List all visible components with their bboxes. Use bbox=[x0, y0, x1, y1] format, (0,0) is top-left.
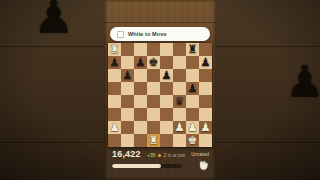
square-h4[interactable] bbox=[199, 95, 212, 108]
square-c6[interactable] bbox=[134, 69, 147, 82]
square-c5[interactable] bbox=[134, 82, 147, 95]
square-e1[interactable] bbox=[160, 134, 173, 147]
square-c1[interactable] bbox=[134, 134, 147, 147]
square-c3[interactable] bbox=[134, 108, 147, 121]
square-b1[interactable] bbox=[121, 134, 134, 147]
square-a4[interactable] bbox=[108, 95, 121, 108]
square-e5[interactable] bbox=[160, 82, 173, 95]
square-e2[interactable] bbox=[160, 121, 173, 134]
square-d1[interactable]: ♜ bbox=[147, 134, 160, 147]
black-pawn-c7[interactable]: ♟ bbox=[134, 56, 147, 69]
white-king-g1[interactable]: ♚ bbox=[186, 134, 199, 147]
streak-icon bbox=[158, 154, 161, 157]
white-to-move-checkbox-icon[interactable] bbox=[117, 31, 124, 38]
square-b5[interactable] bbox=[121, 82, 134, 95]
white-pawn-a2[interactable]: ♟ bbox=[108, 121, 121, 134]
progress-bar bbox=[112, 164, 182, 168]
square-a2[interactable]: ♟ bbox=[108, 121, 121, 134]
streak-label: 2 in a row bbox=[163, 152, 185, 158]
black-pawn-g5[interactable]: ♟ bbox=[186, 82, 199, 95]
square-c4[interactable] bbox=[134, 95, 147, 108]
black-rook-g8[interactable]: ♜ bbox=[186, 43, 199, 56]
wood-seam bbox=[104, 22, 216, 23]
black-king-d7[interactable]: ♚ bbox=[147, 56, 160, 69]
square-f2[interactable]: ♟ bbox=[173, 121, 186, 134]
square-a5[interactable] bbox=[108, 82, 121, 95]
square-d5[interactable] bbox=[147, 82, 160, 95]
square-b6[interactable]: ♟ bbox=[121, 69, 134, 82]
black-queen-f4[interactable]: ♛ bbox=[173, 95, 186, 108]
square-e6[interactable]: ♟ bbox=[160, 69, 173, 82]
black-pawn-e6[interactable]: ♟ bbox=[160, 69, 173, 82]
square-d3[interactable] bbox=[147, 108, 160, 121]
square-a6[interactable] bbox=[108, 69, 121, 82]
square-g1[interactable]: ♚ bbox=[186, 134, 199, 147]
square-b3[interactable] bbox=[121, 108, 134, 121]
progress-fill bbox=[112, 164, 161, 168]
square-c2[interactable] bbox=[134, 121, 147, 134]
square-g7[interactable] bbox=[186, 56, 199, 69]
square-g5[interactable]: ♟ bbox=[186, 82, 199, 95]
square-f8[interactable] bbox=[173, 43, 186, 56]
white-pawn-h2[interactable]: ♟ bbox=[199, 121, 212, 134]
square-h5[interactable] bbox=[199, 82, 212, 95]
square-d6[interactable] bbox=[147, 69, 160, 82]
square-b2[interactable] bbox=[121, 121, 134, 134]
square-g8[interactable]: ♜ bbox=[186, 43, 199, 56]
turn-banner[interactable]: White to Move bbox=[110, 27, 210, 41]
square-e8[interactable] bbox=[160, 43, 173, 56]
black-pawn-b6[interactable]: ♟ bbox=[121, 69, 134, 82]
score-value: 16,422 bbox=[112, 149, 141, 159]
white-rook-d1[interactable]: ♜ bbox=[147, 134, 160, 147]
black-pawn-a7[interactable]: ♟ bbox=[108, 56, 121, 69]
hand-button[interactable] bbox=[195, 157, 212, 172]
square-c7[interactable]: ♟ bbox=[134, 56, 147, 69]
square-h2[interactable]: ♟ bbox=[199, 121, 212, 134]
score-delta: +35 bbox=[147, 152, 155, 158]
square-h7[interactable]: ♟ bbox=[199, 56, 212, 69]
chess-board[interactable]: ♜♜♟♟♚♟♟♟♟♛♟♟♟♟♜♚ bbox=[108, 43, 212, 147]
white-pawn-f2[interactable]: ♟ bbox=[173, 121, 186, 134]
square-f7[interactable] bbox=[173, 56, 186, 69]
square-a1[interactable] bbox=[108, 134, 121, 147]
square-d4[interactable] bbox=[147, 95, 160, 108]
square-b4[interactable] bbox=[121, 95, 134, 108]
square-h6[interactable] bbox=[199, 69, 212, 82]
hand-icon bbox=[197, 158, 211, 171]
game-panel: White to Move ♜♜♟♟♚♟♟♟♟♛♟♟♟♟♜♚ 16,422 +3… bbox=[104, 0, 216, 180]
square-a7[interactable]: ♟ bbox=[108, 56, 121, 69]
square-h1[interactable] bbox=[199, 134, 212, 147]
square-g4[interactable] bbox=[186, 95, 199, 108]
square-e3[interactable] bbox=[160, 108, 173, 121]
score-delta-row: +35 2 in a row bbox=[147, 152, 185, 158]
app-screen: ♟ ♟ White to Move ♜♜♟♟♚♟♟♟♟♛♟♟♟♟♜♚ 16,42… bbox=[0, 0, 320, 180]
square-e4[interactable] bbox=[160, 95, 173, 108]
turn-banner-label: White to Move bbox=[128, 31, 167, 37]
square-d7[interactable]: ♚ bbox=[147, 56, 160, 69]
square-f1[interactable] bbox=[173, 134, 186, 147]
square-b8[interactable] bbox=[121, 43, 134, 56]
square-f4[interactable]: ♛ bbox=[173, 95, 186, 108]
black-pawn-h7[interactable]: ♟ bbox=[199, 56, 212, 69]
square-f6[interactable] bbox=[173, 69, 186, 82]
